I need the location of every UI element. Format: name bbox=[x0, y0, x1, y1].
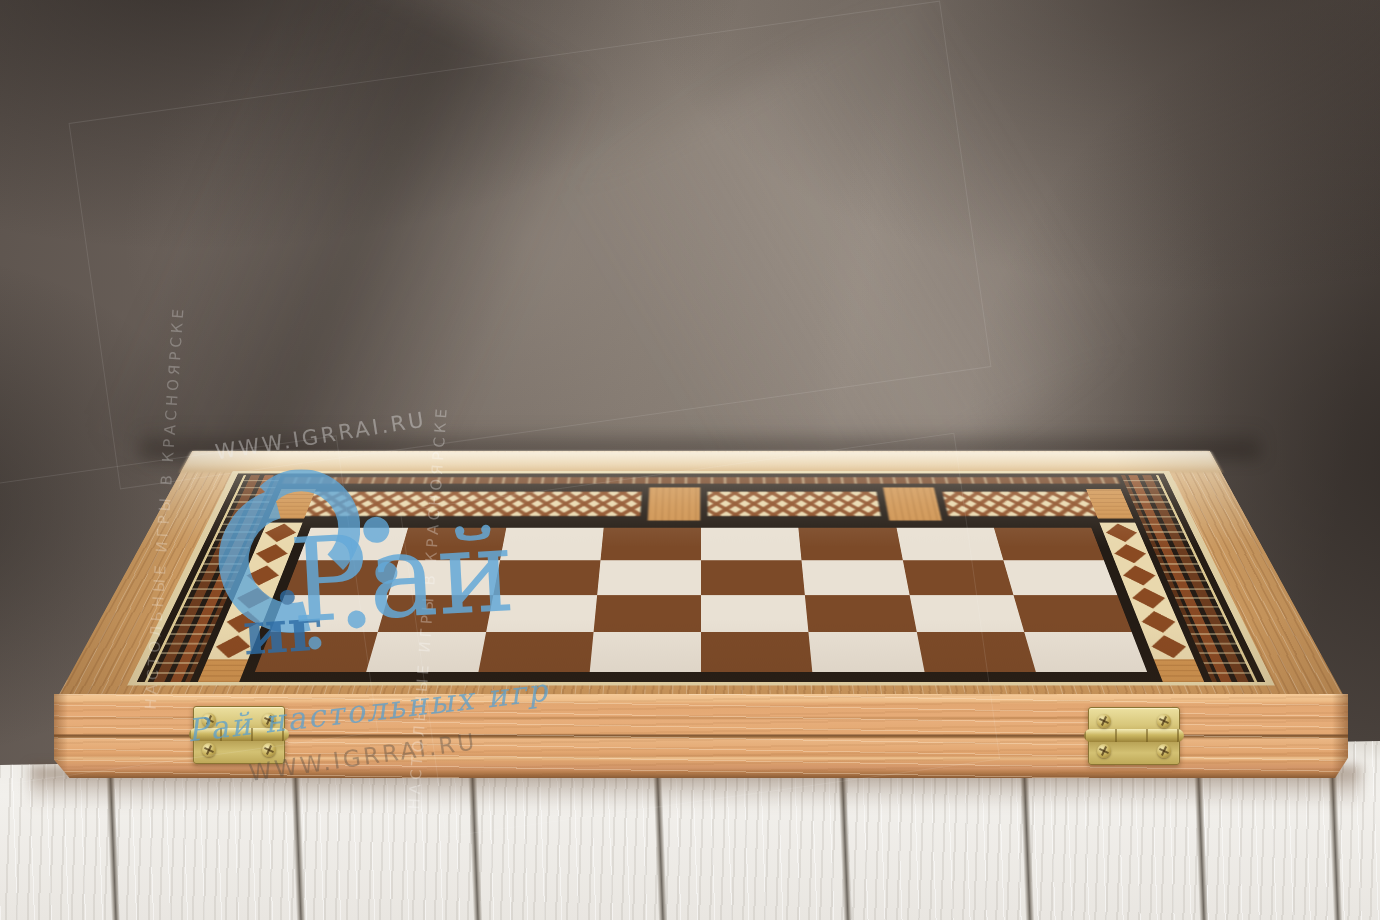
case-front-panel bbox=[54, 694, 1348, 778]
hinge-barrel bbox=[1084, 729, 1184, 742]
lid-lighting-overlay bbox=[56, 451, 1346, 700]
hinge-screw bbox=[1157, 744, 1171, 758]
hinge-screw bbox=[202, 713, 216, 727]
photo-scene: WWW.IGRRAI.RU WWW.IGRRAI.RU НАСТОЛЬНЫЕ И… bbox=[0, 0, 1380, 920]
hinge-screw bbox=[262, 713, 276, 727]
case-lid-top bbox=[56, 451, 1346, 700]
hinge-screw bbox=[202, 743, 216, 757]
hinge-screw bbox=[1097, 714, 1111, 728]
hinge-screw bbox=[262, 743, 276, 757]
hinge-screw bbox=[1097, 744, 1111, 758]
hinge-barrel bbox=[189, 728, 289, 741]
hinge-right bbox=[1088, 707, 1180, 765]
hinge-screw bbox=[1157, 714, 1171, 728]
hinge-left bbox=[193, 706, 285, 764]
